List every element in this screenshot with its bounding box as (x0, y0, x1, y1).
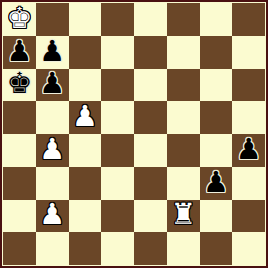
square-d3[interactable] (101, 167, 134, 200)
square-f2[interactable]: ♜ (167, 200, 200, 233)
square-e8[interactable] (134, 3, 167, 36)
square-f5[interactable] (167, 101, 200, 134)
square-e1[interactable] (134, 232, 167, 265)
square-b6[interactable]: ♟ (36, 69, 69, 102)
square-b3[interactable] (36, 167, 69, 200)
square-c4[interactable] (69, 134, 102, 167)
piece-wP-c5: ♟ (72, 102, 98, 131)
square-g2[interactable] (200, 200, 233, 233)
square-e3[interactable] (134, 167, 167, 200)
square-b8[interactable] (36, 3, 69, 36)
square-g3[interactable]: ♟ (200, 167, 233, 200)
square-c3[interactable] (69, 167, 102, 200)
square-g7[interactable] (200, 36, 233, 69)
piece-wP-b2: ♟ (39, 200, 65, 229)
square-c1[interactable] (69, 232, 102, 265)
square-d6[interactable] (101, 69, 134, 102)
square-f8[interactable] (167, 3, 200, 36)
square-h4[interactable]: ♟ (232, 134, 265, 167)
square-a2[interactable] (3, 200, 36, 233)
square-c5[interactable]: ♟ (69, 101, 102, 134)
chess-board-inner-line: ♚♟♟♚♟♟♟♟♟♟♜ (2, 2, 266, 266)
square-c8[interactable] (69, 3, 102, 36)
piece-wK-a8: ♚ (6, 4, 32, 33)
square-h1[interactable] (232, 232, 265, 265)
square-a1[interactable] (3, 232, 36, 265)
piece-bP-h4: ♟ (236, 135, 262, 164)
square-b5[interactable] (36, 101, 69, 134)
square-h2[interactable] (232, 200, 265, 233)
square-f1[interactable] (167, 232, 200, 265)
square-a4[interactable] (3, 134, 36, 167)
square-d5[interactable] (101, 101, 134, 134)
square-c7[interactable] (69, 36, 102, 69)
square-b7[interactable]: ♟ (36, 36, 69, 69)
square-h8[interactable] (232, 3, 265, 36)
piece-bP-a7: ♟ (6, 37, 32, 66)
square-c2[interactable] (69, 200, 102, 233)
square-a3[interactable] (3, 167, 36, 200)
square-g4[interactable] (200, 134, 233, 167)
square-d1[interactable] (101, 232, 134, 265)
square-d4[interactable] (101, 134, 134, 167)
square-d7[interactable] (101, 36, 134, 69)
square-b1[interactable] (36, 232, 69, 265)
square-a7[interactable]: ♟ (3, 36, 36, 69)
square-g6[interactable] (200, 69, 233, 102)
square-f6[interactable] (167, 69, 200, 102)
piece-bP-b6: ♟ (39, 69, 65, 98)
square-b4[interactable]: ♟ (36, 134, 69, 167)
piece-bK-a6: ♚ (6, 69, 32, 98)
square-d2[interactable] (101, 200, 134, 233)
square-e4[interactable] (134, 134, 167, 167)
piece-wP-b4: ♟ (39, 135, 65, 164)
square-g5[interactable] (200, 101, 233, 134)
square-a5[interactable] (3, 101, 36, 134)
square-g8[interactable] (200, 3, 233, 36)
piece-wR-f2: ♜ (170, 200, 196, 229)
square-a6[interactable]: ♚ (3, 69, 36, 102)
square-h7[interactable] (232, 36, 265, 69)
square-c6[interactable] (69, 69, 102, 102)
square-f4[interactable] (167, 134, 200, 167)
square-a8[interactable]: ♚ (3, 3, 36, 36)
square-e2[interactable] (134, 200, 167, 233)
square-g1[interactable] (200, 232, 233, 265)
square-h6[interactable] (232, 69, 265, 102)
piece-bP-b7: ♟ (39, 37, 65, 66)
square-h3[interactable] (232, 167, 265, 200)
square-f7[interactable] (167, 36, 200, 69)
square-h5[interactable] (232, 101, 265, 134)
square-b2[interactable]: ♟ (36, 200, 69, 233)
square-e5[interactable] (134, 101, 167, 134)
square-e6[interactable] (134, 69, 167, 102)
square-f3[interactable] (167, 167, 200, 200)
square-d8[interactable] (101, 3, 134, 36)
chess-board-frame: ♚♟♟♚♟♟♟♟♟♟♜ (0, 0, 268, 268)
square-e7[interactable] (134, 36, 167, 69)
chess-board: ♚♟♟♚♟♟♟♟♟♟♜ (3, 3, 265, 265)
piece-bP-g3: ♟ (203, 168, 229, 197)
